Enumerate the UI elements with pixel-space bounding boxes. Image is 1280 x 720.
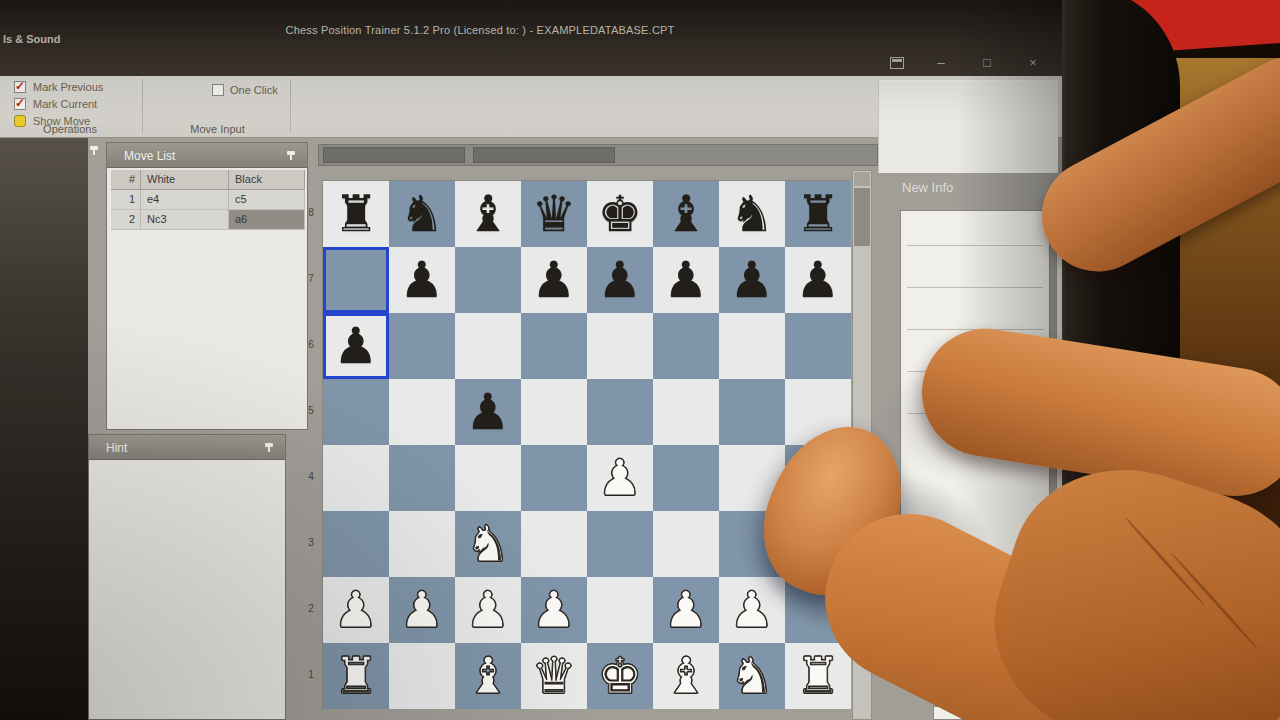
square-d6[interactable]: [521, 313, 587, 379]
piece-black-rook[interactable]: ♜: [796, 182, 841, 246]
square-c6[interactable]: [455, 313, 521, 379]
ribbon-group-separator: [142, 79, 143, 133]
square-h7[interactable]: ♟: [785, 247, 851, 313]
square-c8[interactable]: ♝: [455, 181, 521, 247]
pushpin-icon[interactable]: [265, 443, 273, 447]
square-b1[interactable]: [389, 643, 455, 709]
move-input-group-caption: Move Input: [145, 123, 290, 135]
piece-black-bishop[interactable]: ♝: [466, 182, 511, 246]
square-c4[interactable]: [455, 445, 521, 511]
piece-white-king[interactable]: ♚: [598, 644, 643, 708]
square-b8[interactable]: ♞: [389, 181, 455, 247]
one-click-checkbox[interactable]: [212, 84, 224, 96]
square-g6[interactable]: [719, 313, 785, 379]
piece-black-pawn[interactable]: ♟: [664, 248, 709, 312]
piece-black-knight[interactable]: ♞: [400, 182, 445, 246]
square-f2[interactable]: ♟: [653, 577, 719, 643]
hint-header[interactable]: Hint: [89, 435, 285, 460]
square-d4[interactable]: [521, 445, 587, 511]
square-b2[interactable]: ♟: [389, 577, 455, 643]
square-e7[interactable]: ♟: [587, 247, 653, 313]
piece-white-rook[interactable]: ♜: [334, 644, 379, 708]
window-controls: – □ ×: [890, 52, 1042, 74]
minimize-button[interactable]: –: [932, 54, 950, 72]
square-c1[interactable]: ♝: [455, 643, 521, 709]
move-list-title: Move List: [124, 149, 175, 163]
square-a3[interactable]: [323, 511, 389, 577]
scrollbar-thumb[interactable]: [854, 188, 870, 246]
square-g5[interactable]: [719, 379, 785, 445]
square-g8[interactable]: ♞: [719, 181, 785, 247]
square-a6[interactable]: ♟: [323, 313, 389, 379]
square-e2[interactable]: [587, 577, 653, 643]
square-h8[interactable]: ♜: [785, 181, 851, 247]
square-c7[interactable]: [455, 247, 521, 313]
square-d2[interactable]: ♟: [521, 577, 587, 643]
black-move-selected[interactable]: a6: [229, 210, 305, 230]
pushpin-icon[interactable]: [287, 151, 295, 155]
square-h6[interactable]: [785, 313, 851, 379]
piece-black-pawn[interactable]: ♟: [334, 314, 379, 378]
square-f5[interactable]: [653, 379, 719, 445]
move-row-2[interactable]: 2 Nc3 a6: [111, 210, 305, 230]
piece-white-pawn[interactable]: ♟: [532, 578, 577, 642]
square-f3[interactable]: [653, 511, 719, 577]
board-toolbar: [318, 144, 878, 166]
piece-black-pawn[interactable]: ♟: [532, 248, 577, 312]
square-g1[interactable]: ♞: [719, 643, 785, 709]
mark-current-checkbox[interactable]: ✓: [14, 98, 26, 110]
square-b3[interactable]: [389, 511, 455, 577]
ribbon-group-separator: [290, 79, 291, 133]
move-number: 2: [111, 210, 141, 230]
square-f1[interactable]: ♝: [653, 643, 719, 709]
list-divider: [907, 287, 1043, 288]
square-b6[interactable]: [389, 313, 455, 379]
piece-white-bishop[interactable]: ♝: [466, 644, 511, 708]
square-g7[interactable]: ♟: [719, 247, 785, 313]
board-toolbar-dropdown-2[interactable]: [473, 147, 615, 163]
square-f8[interactable]: ♝: [653, 181, 719, 247]
title-bar: ls & Sound Chess Position Trainer 5.1.2 …: [0, 0, 1062, 76]
square-a1[interactable]: ♜: [323, 643, 389, 709]
column-header-white[interactable]: White: [141, 170, 229, 190]
square-e8[interactable]: ♚: [587, 181, 653, 247]
square-f4[interactable]: [653, 445, 719, 511]
rank-label-3: 3: [303, 510, 319, 576]
close-button[interactable]: ×: [1024, 54, 1042, 72]
hint-title: Hint: [106, 441, 127, 455]
move-list-header[interactable]: Move List: [107, 143, 307, 168]
piece-black-pawn[interactable]: ♟: [730, 248, 775, 312]
rank-labels: 87654321: [303, 180, 319, 708]
one-click-label: One Click: [230, 84, 278, 96]
piece-white-pawn[interactable]: ♟: [466, 578, 511, 642]
one-click-option[interactable]: One Click: [212, 84, 278, 96]
list-divider: [907, 245, 1043, 246]
square-e3[interactable]: [587, 511, 653, 577]
photo-scene: ls & Sound Chess Position Trainer 5.1.2 …: [0, 0, 1280, 720]
piece-black-king[interactable]: ♚: [598, 182, 643, 246]
piece-white-queen[interactable]: ♛: [532, 644, 577, 708]
ribbon-right-panel: [878, 80, 1058, 173]
piece-black-rook[interactable]: ♜: [334, 182, 379, 246]
square-a7[interactable]: [323, 247, 389, 313]
board-toolbar-dropdown-1[interactable]: [323, 147, 465, 163]
move-list-header-row: # White Black: [111, 170, 305, 190]
square-b5[interactable]: [389, 379, 455, 445]
piece-black-knight[interactable]: ♞: [730, 182, 775, 246]
square-c3[interactable]: ♞: [455, 511, 521, 577]
piece-black-pawn[interactable]: ♟: [400, 248, 445, 312]
piece-white-pawn[interactable]: ♟: [664, 578, 709, 642]
square-f7[interactable]: ♟: [653, 247, 719, 313]
piece-black-pawn[interactable]: ♟: [796, 248, 841, 312]
mark-current-option[interactable]: ✓ Mark Current: [14, 97, 97, 111]
square-d1[interactable]: ♛: [521, 643, 587, 709]
square-a5[interactable]: [323, 379, 389, 445]
hint-panel: Hint: [88, 434, 286, 720]
square-b4[interactable]: [389, 445, 455, 511]
piece-white-pawn[interactable]: ♟: [334, 578, 379, 642]
square-a8[interactable]: ♜: [323, 181, 389, 247]
piece-black-pawn[interactable]: ♟: [466, 380, 511, 444]
square-d7[interactable]: ♟: [521, 247, 587, 313]
square-e4[interactable]: ♟: [587, 445, 653, 511]
piece-white-pawn[interactable]: ♟: [400, 578, 445, 642]
square-d3[interactable]: [521, 511, 587, 577]
rank-label-6: 6: [303, 312, 319, 378]
square-a2[interactable]: ♟: [323, 577, 389, 643]
piece-black-pawn[interactable]: ♟: [598, 248, 643, 312]
window-title: Chess Position Trainer 5.1.2 Pro (Licens…: [250, 24, 710, 36]
rank-label-1: 1: [303, 642, 319, 708]
square-h1[interactable]: ♜: [785, 643, 851, 709]
ribbon-display-options-icon[interactable]: [890, 57, 904, 69]
mark-previous-checkbox[interactable]: ✓: [14, 81, 26, 93]
piece-white-bishop[interactable]: ♝: [664, 644, 709, 708]
mark-current-label: Mark Current: [33, 98, 97, 110]
chess-board[interactable]: ♜♞♝♛♚♝♞♜♟♟♟♟♟♟♟♟♟♞♟♟♟♟♟♟♜♝♛♚♝♞♜: [322, 180, 850, 708]
white-move[interactable]: Nc3: [141, 210, 229, 230]
piece-white-knight[interactable]: ♞: [466, 512, 511, 576]
checkmark-icon: ✓: [15, 79, 25, 93]
rank-label-8: 8: [303, 180, 319, 246]
move-row-1[interactable]: 1 e4 c5: [111, 190, 305, 210]
square-c2[interactable]: ♟: [455, 577, 521, 643]
square-e1[interactable]: ♚: [587, 643, 653, 709]
square-e6[interactable]: [587, 313, 653, 379]
square-d8[interactable]: ♛: [521, 181, 587, 247]
square-b7[interactable]: ♟: [389, 247, 455, 313]
square-a4[interactable]: [323, 445, 389, 511]
move-number: 1: [111, 190, 141, 210]
black-move[interactable]: c5: [229, 190, 305, 210]
piece-black-bishop[interactable]: ♝: [664, 182, 709, 246]
move-list-table: # White Black 1 e4 c5 2 Nc3 a6: [111, 170, 305, 230]
rank-label-2: 2: [303, 576, 319, 642]
square-d5[interactable]: [521, 379, 587, 445]
operations-group-caption: Operations: [0, 123, 140, 135]
rank-label-4: 4: [303, 444, 319, 510]
mark-previous-option[interactable]: ✓ Mark Previous: [14, 80, 103, 94]
square-e5[interactable]: [587, 379, 653, 445]
white-move[interactable]: e4: [141, 190, 229, 210]
scrollbar-up-button[interactable]: [854, 172, 870, 186]
piece-white-rook[interactable]: ♜: [796, 644, 841, 708]
rank-label-5: 5: [303, 378, 319, 444]
collapsed-side-panel: [0, 138, 88, 720]
move-list-panel: Move List # White Black 1 e4 c5: [106, 142, 308, 430]
square-f6[interactable]: [653, 313, 719, 379]
piece-black-queen[interactable]: ♛: [532, 182, 577, 246]
new-info-title: New Info: [902, 180, 953, 195]
column-header-number[interactable]: #: [111, 170, 141, 190]
mark-previous-label: Mark Previous: [33, 81, 103, 93]
rank-label-7: 7: [303, 246, 319, 312]
piece-white-pawn[interactable]: ♟: [598, 446, 643, 510]
maximize-button[interactable]: □: [978, 54, 996, 72]
checkmark-icon: ✓: [15, 96, 25, 110]
pushpin-icon[interactable]: [90, 146, 98, 150]
ribbon-tab-visuals-sound[interactable]: ls & Sound: [3, 33, 60, 45]
piece-white-knight[interactable]: ♞: [730, 644, 775, 708]
square-c5[interactable]: ♟: [455, 379, 521, 445]
column-header-black[interactable]: Black: [229, 170, 305, 190]
